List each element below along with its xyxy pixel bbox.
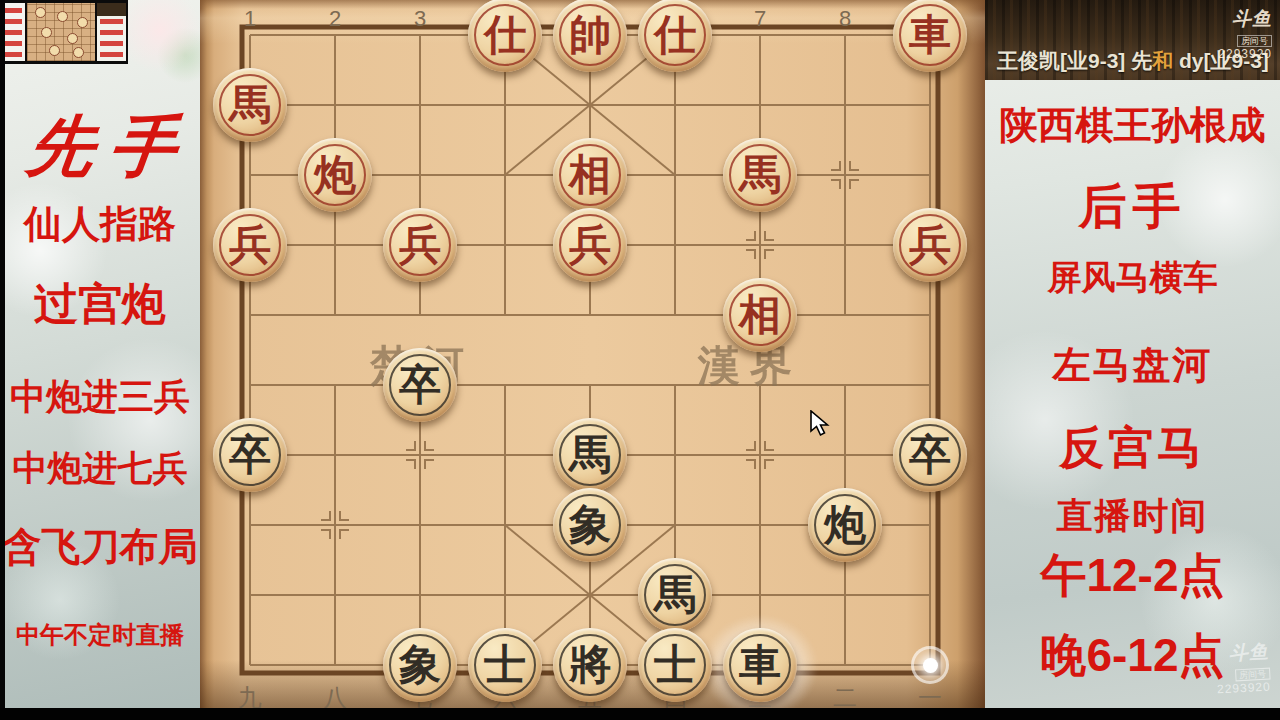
- right-panel-item: 反宫马: [985, 424, 1280, 471]
- piece-glyph: 卒: [383, 348, 457, 422]
- black-piece-馬[interactable]: 馬: [553, 418, 627, 492]
- red-piece-相[interactable]: 相: [723, 278, 797, 352]
- match-text-segment: 和: [1152, 49, 1173, 72]
- piece-glyph: 仕: [468, 0, 542, 72]
- piece-glyph: 卒: [213, 418, 287, 492]
- red-piece-兵[interactable]: 兵: [893, 208, 967, 282]
- black-piece-象[interactable]: 象: [383, 628, 457, 702]
- room-number: 2293920: [1218, 48, 1272, 62]
- left-panel-item: 中炮进七兵: [0, 450, 200, 487]
- piece-glyph: 馬: [213, 68, 287, 142]
- left-panel-item: 过宫炮: [0, 281, 200, 327]
- piece-glyph: 馬: [723, 138, 797, 212]
- match-info-strip: 王俊凯[业9-3] 先和 dy[业9-3] 斗鱼 房间号 2293920: [985, 0, 1280, 80]
- piece-glyph: 仕: [638, 0, 712, 72]
- match-text-segment: 王俊凯[业9-3] 先: [997, 49, 1152, 72]
- piece-glyph: 卒: [893, 418, 967, 492]
- red-piece-車[interactable]: 車: [893, 0, 967, 72]
- mouse-cursor: [810, 410, 836, 440]
- douyu-logo-badge: 斗鱼 房间号 2293920: [1218, 8, 1272, 62]
- right-panel-item: 直播时间: [985, 497, 1280, 535]
- stream-thumbnail: [0, 0, 128, 64]
- piece-glyph: 象: [383, 628, 457, 702]
- right-text-panel: 王俊凯[业9-3] 先和 dy[业9-3] 斗鱼 房间号 2293920 陕西棋…: [985, 0, 1280, 712]
- svg-text:1: 1: [244, 6, 256, 31]
- black-piece-馬[interactable]: 馬: [638, 558, 712, 632]
- red-piece-帥[interactable]: 帥: [553, 0, 627, 72]
- piece-glyph: 車: [893, 0, 967, 72]
- black-piece-卒[interactable]: 卒: [383, 348, 457, 422]
- right-panel-item: 午12-2点: [985, 551, 1280, 599]
- piece-glyph: 兵: [553, 208, 627, 282]
- piece-glyph: 士: [468, 628, 542, 702]
- board-grid: 楚河漢界123456789九八七六五四三二一: [200, 0, 985, 712]
- piece-glyph: 馬: [553, 418, 627, 492]
- piece-glyph: 車: [723, 628, 797, 702]
- stream-frame: 先手仙人指路过宫炮中炮进三兵中炮进七兵含飞刀布局中午不定时直播 楚河漢界1234…: [0, 0, 1280, 720]
- left-panel-item: 先手: [0, 112, 214, 181]
- douyu-watermark: 斗鱼 房间号 2293920: [1215, 641, 1271, 698]
- room-number-label: 房间号: [1237, 35, 1272, 47]
- xiangqi-board[interactable]: 楚河漢界123456789九八七六五四三二一 仕帥仕車馬炮相馬兵兵兵兵相卒卒馬卒…: [200, 0, 985, 712]
- black-piece-象[interactable]: 象: [553, 488, 627, 562]
- black-piece-車[interactable]: 車: [723, 628, 797, 702]
- left-panel-item: 中午不定时直播: [0, 622, 200, 647]
- right-panel-item: 后手: [985, 182, 1280, 232]
- svg-text:3: 3: [414, 6, 426, 31]
- piece-glyph: 炮: [808, 488, 882, 562]
- thumbnail-mini-board: [27, 3, 95, 61]
- piece-glyph: 相: [723, 278, 797, 352]
- black-piece-將[interactable]: 將: [553, 628, 627, 702]
- piece-glyph: 象: [553, 488, 627, 562]
- left-text-panel: 先手仙人指路过宫炮中炮进三兵中炮进七兵含飞刀布局中午不定时直播: [0, 0, 200, 712]
- left-panel-item: 仙人指路: [0, 205, 200, 245]
- right-panel-item: 屏风马横车: [985, 260, 1280, 296]
- red-piece-馬[interactable]: 馬: [213, 68, 287, 142]
- red-piece-相[interactable]: 相: [553, 138, 627, 212]
- piece-glyph: 相: [553, 138, 627, 212]
- red-piece-馬[interactable]: 馬: [723, 138, 797, 212]
- piece-glyph: 將: [553, 628, 627, 702]
- douyu-logo: 斗鱼: [1215, 641, 1270, 666]
- piece-glyph: 兵: [383, 208, 457, 282]
- red-piece-兵[interactable]: 兵: [383, 208, 457, 282]
- piece-glyph: 帥: [553, 0, 627, 72]
- red-piece-兵[interactable]: 兵: [553, 208, 627, 282]
- black-piece-士[interactable]: 士: [638, 628, 712, 702]
- right-panel-item: 左马盘河: [985, 346, 1280, 386]
- black-piece-卒[interactable]: 卒: [893, 418, 967, 492]
- piece-glyph: 馬: [638, 558, 712, 632]
- black-piece-炮[interactable]: 炮: [808, 488, 882, 562]
- room-number: 2293920: [1217, 681, 1271, 698]
- right-panel-item: 陕西棋王孙根成: [985, 106, 1280, 146]
- black-piece-士[interactable]: 士: [468, 628, 542, 702]
- piece-glyph: 兵: [213, 208, 287, 282]
- douyu-logo: 斗鱼: [1218, 8, 1272, 30]
- red-piece-兵[interactable]: 兵: [213, 208, 287, 282]
- thumbnail-right-text-column: [97, 3, 126, 61]
- left-panel-item: 含飞刀布局: [0, 527, 200, 568]
- left-panel-item: 中炮进三兵: [0, 378, 200, 416]
- red-piece-炮[interactable]: 炮: [298, 138, 372, 212]
- piece-glyph: 炮: [298, 138, 372, 212]
- letterbox-left: [0, 0, 5, 712]
- svg-text:2: 2: [329, 6, 341, 31]
- svg-text:7: 7: [754, 6, 766, 31]
- red-piece-仕[interactable]: 仕: [638, 0, 712, 72]
- letterbox-bottom: [0, 708, 1280, 720]
- piece-glyph: 兵: [893, 208, 967, 282]
- piece-glyph: 士: [638, 628, 712, 702]
- svg-text:8: 8: [839, 6, 851, 31]
- red-piece-仕[interactable]: 仕: [468, 0, 542, 72]
- black-piece-卒[interactable]: 卒: [213, 418, 287, 492]
- last-move-origin-dot: [911, 646, 949, 684]
- thumbnail-left-text-column: [2, 3, 25, 61]
